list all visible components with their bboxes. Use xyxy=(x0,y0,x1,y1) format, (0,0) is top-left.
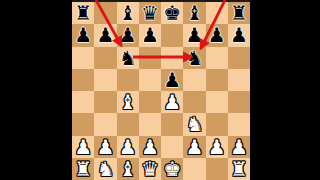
white-pawn: ♟ xyxy=(74,136,92,158)
square-c5[interactable] xyxy=(117,69,139,91)
square-h2[interactable]: ♟ xyxy=(228,136,250,158)
square-b4[interactable] xyxy=(94,91,116,113)
square-a4[interactable] xyxy=(72,91,94,113)
square-e1[interactable]: ♚ xyxy=(161,158,183,180)
square-d3[interactable] xyxy=(139,113,161,135)
square-e7[interactable] xyxy=(161,24,183,46)
black-rook: ♜ xyxy=(230,2,248,24)
square-b8[interactable] xyxy=(94,2,116,24)
black-pawn: ♟ xyxy=(185,24,203,46)
square-f6[interactable]: ♞ xyxy=(183,47,205,69)
square-e5[interactable]: ♟ xyxy=(161,69,183,91)
square-h6[interactable] xyxy=(228,47,250,69)
square-f4[interactable] xyxy=(183,91,205,113)
white-pawn: ♟ xyxy=(119,136,137,158)
square-d2[interactable]: ♟ xyxy=(139,136,161,158)
white-pawn: ♟ xyxy=(163,91,181,113)
square-d4[interactable] xyxy=(139,91,161,113)
video-frame: ♜♝♛♚♝♜♟♟♟♟♟♟♟♞♞♟♝♟♞♟♟♟♟♟♟♟♜♞♝♛♚♜ xyxy=(0,0,320,180)
white-knight: ♞ xyxy=(185,113,203,135)
square-b5[interactable] xyxy=(94,69,116,91)
black-queen: ♛ xyxy=(141,2,159,24)
square-b6[interactable] xyxy=(94,47,116,69)
black-pawn: ♟ xyxy=(96,24,114,46)
black-king: ♚ xyxy=(163,2,181,24)
square-a2[interactable]: ♟ xyxy=(72,136,94,158)
white-rook: ♜ xyxy=(74,158,92,180)
square-f5[interactable] xyxy=(183,69,205,91)
square-h3[interactable] xyxy=(228,113,250,135)
black-knight: ♞ xyxy=(119,47,137,69)
square-c4[interactable]: ♝ xyxy=(117,91,139,113)
square-a7[interactable]: ♟ xyxy=(72,24,94,46)
square-g7[interactable]: ♟ xyxy=(206,24,228,46)
black-pawn: ♟ xyxy=(230,24,248,46)
white-bishop: ♝ xyxy=(119,91,137,113)
white-bishop: ♝ xyxy=(119,158,137,180)
square-g4[interactable] xyxy=(206,91,228,113)
square-f3[interactable]: ♞ xyxy=(183,113,205,135)
white-pawn: ♟ xyxy=(96,136,114,158)
square-d6[interactable] xyxy=(139,47,161,69)
chess-board: ♜♝♛♚♝♜♟♟♟♟♟♟♟♞♞♟♝♟♞♟♟♟♟♟♟♟♜♞♝♛♚♜ xyxy=(72,2,250,180)
square-c3[interactable] xyxy=(117,113,139,135)
square-h8[interactable]: ♜ xyxy=(228,2,250,24)
white-pawn: ♟ xyxy=(208,136,226,158)
white-queen: ♛ xyxy=(141,158,159,180)
square-h4[interactable] xyxy=(228,91,250,113)
square-e6[interactable] xyxy=(161,47,183,69)
square-c6[interactable]: ♞ xyxy=(117,47,139,69)
white-king: ♚ xyxy=(163,158,181,180)
square-c8[interactable]: ♝ xyxy=(117,2,139,24)
black-pawn: ♟ xyxy=(163,69,181,91)
square-e4[interactable]: ♟ xyxy=(161,91,183,113)
black-pawn: ♟ xyxy=(119,24,137,46)
square-a3[interactable] xyxy=(72,113,94,135)
square-d7[interactable]: ♟ xyxy=(139,24,161,46)
square-f1[interactable] xyxy=(183,158,205,180)
square-e8[interactable]: ♚ xyxy=(161,2,183,24)
square-f8[interactable]: ♝ xyxy=(183,2,205,24)
black-pawn: ♟ xyxy=(208,24,226,46)
square-b2[interactable]: ♟ xyxy=(94,136,116,158)
letterbox-left xyxy=(0,0,72,180)
square-e2[interactable] xyxy=(161,136,183,158)
square-d1[interactable]: ♛ xyxy=(139,158,161,180)
black-bishop: ♝ xyxy=(119,2,137,24)
square-b3[interactable] xyxy=(94,113,116,135)
square-e3[interactable] xyxy=(161,113,183,135)
white-pawn: ♟ xyxy=(185,136,203,158)
square-g3[interactable] xyxy=(206,113,228,135)
black-pawn: ♟ xyxy=(141,24,159,46)
black-knight: ♞ xyxy=(185,47,203,69)
square-g1[interactable] xyxy=(206,158,228,180)
square-f7[interactable]: ♟ xyxy=(183,24,205,46)
square-a8[interactable]: ♜ xyxy=(72,2,94,24)
square-d5[interactable] xyxy=(139,69,161,91)
square-g2[interactable]: ♟ xyxy=(206,136,228,158)
square-a6[interactable] xyxy=(72,47,94,69)
white-rook: ♜ xyxy=(230,158,248,180)
square-h1[interactable]: ♜ xyxy=(228,158,250,180)
black-bishop: ♝ xyxy=(185,2,203,24)
square-d8[interactable]: ♛ xyxy=(139,2,161,24)
square-h5[interactable] xyxy=(228,69,250,91)
square-a5[interactable] xyxy=(72,69,94,91)
letterbox-right xyxy=(250,0,320,180)
white-pawn: ♟ xyxy=(141,136,159,158)
square-g8[interactable] xyxy=(206,2,228,24)
white-pawn: ♟ xyxy=(230,136,248,158)
square-b7[interactable]: ♟ xyxy=(94,24,116,46)
square-g6[interactable] xyxy=(206,47,228,69)
square-c7[interactable]: ♟ xyxy=(117,24,139,46)
black-rook: ♜ xyxy=(74,2,92,24)
black-pawn: ♟ xyxy=(74,24,92,46)
square-f2[interactable]: ♟ xyxy=(183,136,205,158)
square-g5[interactable] xyxy=(206,69,228,91)
white-knight: ♞ xyxy=(96,158,114,180)
square-b1[interactable]: ♞ xyxy=(94,158,116,180)
square-a1[interactable]: ♜ xyxy=(72,158,94,180)
square-c2[interactable]: ♟ xyxy=(117,136,139,158)
square-c1[interactable]: ♝ xyxy=(117,158,139,180)
square-h7[interactable]: ♟ xyxy=(228,24,250,46)
